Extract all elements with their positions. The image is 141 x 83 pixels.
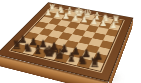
chess-board: ♜♞♝♚♛♝♞♜♟♟♟♟♟♟♟♟♟♟♟♟♟♟♟♟♜♞♝♚♛♝♞♜ [0, 2, 133, 82]
black-knight[interactable]: ♞ [77, 55, 88, 67]
white-pawn[interactable]: ♟ [81, 16, 89, 25]
chess-set-photo: ♜♞♝♚♛♝♞♜♟♟♟♟♟♟♟♟♟♟♟♟♟♟♟♟♜♞♝♚♛♝♞♜ [0, 0, 141, 83]
black-rook[interactable]: ♜ [12, 40, 22, 51]
black-rook[interactable]: ♜ [89, 57, 100, 69]
square-d3[interactable] [76, 23, 89, 30]
white-pawn[interactable]: ♟ [62, 12, 70, 21]
white-pawn[interactable]: ♟ [99, 19, 107, 28]
black-knight[interactable]: ♞ [22, 43, 32, 55]
white-pawn[interactable]: ♟ [90, 17, 98, 26]
black-queen[interactable]: ♛ [54, 47, 67, 61]
black-bishop[interactable]: ♝ [65, 51, 77, 64]
white-pawn[interactable]: ♟ [109, 21, 117, 30]
board-grid: ♜♞♝♚♛♝♞♜♟♟♟♟♟♟♟♟♟♟♟♟♟♟♟♟♜♞♝♚♛♝♞♜ [12, 8, 123, 71]
white-pawn[interactable]: ♟ [53, 11, 61, 20]
scene: ♜♞♝♚♛♝♞♜♟♟♟♟♟♟♟♟♟♟♟♟♟♟♟♟♜♞♝♚♛♝♞♜ [0, 0, 141, 83]
square-a4[interactable] [102, 34, 115, 42]
white-pawn[interactable]: ♟ [71, 14, 79, 23]
white-pawn[interactable]: ♟ [45, 9, 53, 17]
